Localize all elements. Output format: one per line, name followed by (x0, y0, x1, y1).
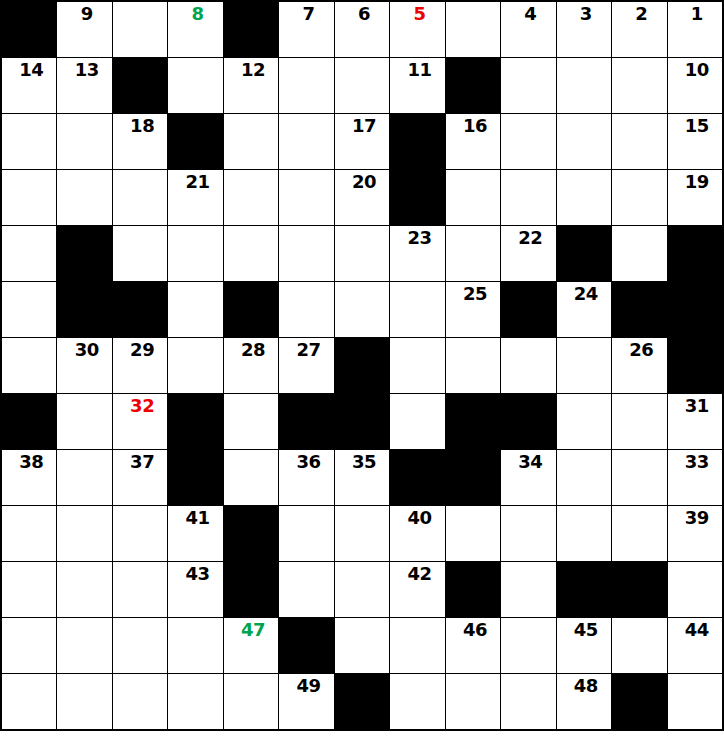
clue-number-37: 37 (130, 450, 154, 471)
cell-r13c8[interactable] (390, 674, 444, 729)
clue-number-41: 41 (186, 506, 210, 527)
cell-r5c5[interactable] (224, 226, 278, 281)
cell-r7c11[interactable] (557, 338, 611, 393)
clue-number-27: 27 (297, 338, 321, 359)
clue-number-39: 39 (685, 506, 709, 527)
cell-r2c1[interactable]: 14 (2, 58, 56, 113)
clue-number-31: 31 (685, 394, 709, 415)
block-cell-r13c7 (335, 674, 389, 729)
cell-r11c7[interactable] (335, 562, 389, 617)
cell-r12c4[interactable] (168, 618, 222, 673)
cell-r3c13[interactable]: 15 (668, 114, 722, 169)
cell-r6c7[interactable] (335, 282, 389, 337)
cell-r11c6[interactable] (279, 562, 333, 617)
cell-r3c5[interactable] (224, 114, 278, 169)
block-cell-r9c9 (446, 450, 500, 505)
cell-r8c3[interactable]: 32 (113, 394, 167, 449)
cell-r2c11[interactable] (557, 58, 611, 113)
clue-number-24: 24 (574, 282, 598, 303)
clue-number-21: 21 (186, 170, 210, 191)
cell-r8c2[interactable] (57, 394, 111, 449)
cell-r11c4[interactable]: 43 (168, 562, 222, 617)
cell-r9c1[interactable]: 38 (2, 450, 56, 505)
clue-number-42: 42 (407, 562, 431, 583)
block-cell-r11c11 (557, 562, 611, 617)
cell-r5c12[interactable] (612, 226, 666, 281)
cell-r13c9[interactable] (446, 674, 500, 729)
cell-r13c2[interactable] (57, 674, 111, 729)
clue-number-46: 46 (463, 618, 487, 639)
cell-r4c6[interactable] (279, 170, 333, 225)
cell-r12c3[interactable] (113, 618, 167, 673)
clue-number-44: 44 (685, 618, 709, 639)
cell-r7c10[interactable] (501, 338, 555, 393)
cell-r10c4[interactable]: 41 (168, 506, 222, 561)
cell-r4c11[interactable] (557, 170, 611, 225)
cell-r6c8[interactable] (390, 282, 444, 337)
cell-r9c13[interactable]: 33 (668, 450, 722, 505)
clue-number-45: 45 (574, 618, 598, 639)
cell-r7c3[interactable]: 29 (113, 338, 167, 393)
cell-r9c10[interactable]: 34 (501, 450, 555, 505)
block-cell-r13c12 (612, 674, 666, 729)
clue-number-36: 36 (297, 450, 321, 471)
block-cell-r3c8 (390, 114, 444, 169)
clue-number-19: 19 (685, 170, 709, 191)
clue-number-12: 12 (241, 58, 265, 79)
cell-r10c13[interactable]: 39 (668, 506, 722, 561)
cell-r11c8[interactable]: 42 (390, 562, 444, 617)
cell-r12c13[interactable]: 44 (668, 618, 722, 673)
block-cell-r6c5 (224, 282, 278, 337)
clue-number-29: 29 (130, 338, 154, 359)
block-cell-r6c2 (57, 282, 111, 337)
cell-r11c10[interactable] (501, 562, 555, 617)
cell-r7c12[interactable]: 26 (612, 338, 666, 393)
block-cell-r12c6 (279, 618, 333, 673)
cell-r6c1[interactable] (2, 282, 56, 337)
clue-number-4: 4 (524, 2, 536, 23)
cell-r10c12[interactable] (612, 506, 666, 561)
cell-r5c10[interactable]: 22 (501, 226, 555, 281)
block-cell-r1c5 (224, 2, 278, 57)
block-cell-r8c6 (279, 394, 333, 449)
cell-r8c8[interactable] (390, 394, 444, 449)
block-cell-r7c7 (335, 338, 389, 393)
clue-number-48: 48 (574, 674, 598, 695)
cell-r12c7[interactable] (335, 618, 389, 673)
clue-number-33: 33 (685, 450, 709, 471)
cell-r12c12[interactable] (612, 618, 666, 673)
block-cell-r11c12 (612, 562, 666, 617)
block-cell-r5c13 (668, 226, 722, 281)
cell-r5c9[interactable] (446, 226, 500, 281)
block-cell-r8c9 (446, 394, 500, 449)
clue-number-13: 13 (75, 58, 99, 79)
cell-r1c12[interactable]: 2 (612, 2, 666, 57)
cell-r8c11[interactable] (557, 394, 611, 449)
cell-r10c3[interactable] (113, 506, 167, 561)
clue-number-6: 6 (358, 2, 370, 23)
clue-number-3: 3 (580, 2, 592, 23)
cell-r6c6[interactable] (279, 282, 333, 337)
cell-r9c3[interactable]: 37 (113, 450, 167, 505)
cell-r12c2[interactable] (57, 618, 111, 673)
block-cell-r7c13 (668, 338, 722, 393)
block-cell-r9c8 (390, 450, 444, 505)
cell-r10c2[interactable] (57, 506, 111, 561)
cell-r9c11[interactable] (557, 450, 611, 505)
clue-number-25: 25 (463, 282, 487, 303)
block-cell-r8c7 (335, 394, 389, 449)
cell-r4c3[interactable] (113, 170, 167, 225)
cell-r1c7[interactable]: 6 (335, 2, 389, 57)
cell-r4c10[interactable] (501, 170, 555, 225)
cell-r3c6[interactable] (279, 114, 333, 169)
cell-r13c1[interactable] (2, 674, 56, 729)
cell-r9c12[interactable] (612, 450, 666, 505)
clue-number-11: 11 (407, 58, 431, 79)
clue-number-10: 10 (685, 58, 709, 79)
clue-number-5: 5 (413, 2, 425, 23)
cell-r9c7[interactable]: 35 (335, 450, 389, 505)
block-cell-r6c3 (113, 282, 167, 337)
cell-r12c1[interactable] (2, 618, 56, 673)
block-cell-r5c2 (57, 226, 111, 281)
cell-r1c11[interactable]: 3 (557, 2, 611, 57)
cell-r7c2[interactable]: 30 (57, 338, 111, 393)
cell-r12c10[interactable] (501, 618, 555, 673)
clue-number-14: 14 (19, 58, 43, 79)
cell-r13c11[interactable]: 48 (557, 674, 611, 729)
clue-number-47: 47 (241, 618, 265, 639)
cell-r7c9[interactable] (446, 338, 500, 393)
cell-r5c8[interactable]: 23 (390, 226, 444, 281)
cell-r9c2[interactable] (57, 450, 111, 505)
cell-r3c12[interactable] (612, 114, 666, 169)
cell-r1c13[interactable]: 1 (668, 2, 722, 57)
cell-r1c9[interactable] (446, 2, 500, 57)
cell-r4c12[interactable] (612, 170, 666, 225)
cell-r3c11[interactable] (557, 114, 611, 169)
cell-r13c4[interactable] (168, 674, 222, 729)
block-cell-r3c4 (168, 114, 222, 169)
cell-r12c5[interactable]: 47 (224, 618, 278, 673)
cell-r3c9[interactable]: 16 (446, 114, 500, 169)
cell-r1c2[interactable]: 9 (57, 2, 111, 57)
cell-r4c5[interactable] (224, 170, 278, 225)
block-cell-r9c4 (168, 450, 222, 505)
cell-r7c5[interactable]: 28 (224, 338, 278, 393)
cell-r10c6[interactable] (279, 506, 333, 561)
block-cell-r5c11 (557, 226, 611, 281)
cell-r2c4[interactable] (168, 58, 222, 113)
cell-r6c4[interactable] (168, 282, 222, 337)
cell-r2c10[interactable] (501, 58, 555, 113)
cell-r10c1[interactable] (2, 506, 56, 561)
cell-r4c1[interactable] (2, 170, 56, 225)
cell-r3c7[interactable]: 17 (335, 114, 389, 169)
cell-r7c6[interactable]: 27 (279, 338, 333, 393)
cell-r3c3[interactable]: 18 (113, 114, 167, 169)
cell-r7c8[interactable] (390, 338, 444, 393)
clue-number-32: 32 (130, 394, 154, 415)
block-cell-r11c5 (224, 562, 278, 617)
cell-r3c2[interactable] (57, 114, 111, 169)
block-cell-r2c3 (113, 58, 167, 113)
clue-number-9: 9 (81, 2, 93, 23)
cell-r13c5[interactable] (224, 674, 278, 729)
cell-r2c8[interactable]: 11 (390, 58, 444, 113)
clue-number-34: 34 (518, 450, 542, 471)
cell-r11c3[interactable] (113, 562, 167, 617)
clue-number-40: 40 (407, 506, 431, 527)
clue-number-22: 22 (518, 226, 542, 247)
cell-r2c13[interactable]: 10 (668, 58, 722, 113)
cell-r13c6[interactable]: 49 (279, 674, 333, 729)
cell-r9c6[interactable]: 36 (279, 450, 333, 505)
cell-r2c6[interactable] (279, 58, 333, 113)
block-cell-r4c8 (390, 170, 444, 225)
clue-number-18: 18 (130, 114, 154, 135)
cell-r12c9[interactable]: 46 (446, 618, 500, 673)
clue-number-49: 49 (297, 674, 321, 695)
block-cell-r11c9 (446, 562, 500, 617)
clue-number-15: 15 (685, 114, 709, 135)
cell-r1c6[interactable]: 7 (279, 2, 333, 57)
cell-r5c7[interactable] (335, 226, 389, 281)
cell-r1c8[interactable]: 5 (390, 2, 444, 57)
cell-r13c13[interactable] (668, 674, 722, 729)
cell-r11c2[interactable] (57, 562, 111, 617)
cell-r4c9[interactable] (446, 170, 500, 225)
clue-number-35: 35 (352, 450, 376, 471)
clue-number-20: 20 (352, 170, 376, 191)
clue-number-1: 1 (691, 2, 703, 23)
cell-r2c2[interactable]: 13 (57, 58, 111, 113)
clue-number-16: 16 (463, 114, 487, 135)
cell-r5c1[interactable] (2, 226, 56, 281)
cell-r10c7[interactable] (335, 506, 389, 561)
block-cell-r2c9 (446, 58, 500, 113)
cell-r11c1[interactable] (2, 562, 56, 617)
cell-r5c4[interactable] (168, 226, 222, 281)
cell-r12c8[interactable] (390, 618, 444, 673)
block-cell-r8c1 (2, 394, 56, 449)
cell-r6c9[interactable]: 25 (446, 282, 500, 337)
clue-number-17: 17 (352, 114, 376, 135)
clue-number-30: 30 (75, 338, 99, 359)
cell-r10c10[interactable] (501, 506, 555, 561)
cell-r8c5[interactable] (224, 394, 278, 449)
cell-r10c9[interactable] (446, 506, 500, 561)
cell-r4c4[interactable]: 21 (168, 170, 222, 225)
cell-r5c6[interactable] (279, 226, 333, 281)
cell-r10c11[interactable] (557, 506, 611, 561)
cell-r4c2[interactable] (57, 170, 111, 225)
cell-r1c4[interactable]: 8 (168, 2, 222, 57)
cell-r8c13[interactable]: 31 (668, 394, 722, 449)
cell-r4c7[interactable]: 20 (335, 170, 389, 225)
cell-r9c5[interactable] (224, 450, 278, 505)
cell-r1c3[interactable] (113, 2, 167, 57)
block-cell-r8c10 (501, 394, 555, 449)
cell-r13c10[interactable] (501, 674, 555, 729)
cell-r7c4[interactable] (168, 338, 222, 393)
clue-number-43: 43 (186, 562, 210, 583)
clue-number-7: 7 (303, 2, 315, 23)
cell-r7c1[interactable] (2, 338, 56, 393)
cell-r4c13[interactable]: 19 (668, 170, 722, 225)
cell-r5c3[interactable] (113, 226, 167, 281)
cell-r2c12[interactable] (612, 58, 666, 113)
clue-number-8: 8 (192, 2, 204, 23)
cell-r1c10[interactable]: 4 (501, 2, 555, 57)
block-cell-r6c12 (612, 282, 666, 337)
cell-r12c11[interactable]: 45 (557, 618, 611, 673)
crossword-board: 9876543211413121110181716152120192322252… (0, 0, 724, 731)
block-cell-r10c5 (224, 506, 278, 561)
cell-r2c5[interactable]: 12 (224, 58, 278, 113)
clue-number-2: 2 (635, 2, 647, 23)
block-cell-r8c4 (168, 394, 222, 449)
clue-number-23: 23 (407, 226, 431, 247)
clue-number-28: 28 (241, 338, 265, 359)
cell-r3c1[interactable] (2, 114, 56, 169)
block-cell-r6c13 (668, 282, 722, 337)
block-cell-r1c1 (2, 2, 56, 57)
block-cell-r6c10 (501, 282, 555, 337)
cell-r11c13[interactable] (668, 562, 722, 617)
cell-r10c8[interactable]: 40 (390, 506, 444, 561)
cell-r2c7[interactable] (335, 58, 389, 113)
cell-r13c3[interactable] (113, 674, 167, 729)
clue-number-26: 26 (629, 338, 653, 359)
cell-r8c12[interactable] (612, 394, 666, 449)
cell-r3c10[interactable] (501, 114, 555, 169)
clue-number-38: 38 (19, 450, 43, 471)
cell-r6c11[interactable]: 24 (557, 282, 611, 337)
